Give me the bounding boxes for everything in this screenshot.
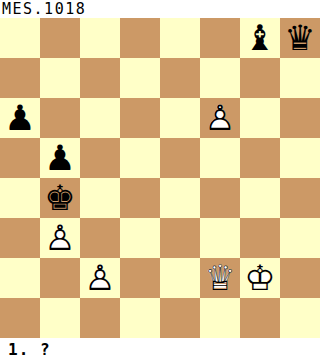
square-b3[interactable]: ♟♙ bbox=[40, 218, 80, 258]
square-a2[interactable] bbox=[0, 258, 40, 298]
square-a4[interactable] bbox=[0, 178, 40, 218]
square-d6[interactable] bbox=[120, 98, 160, 138]
black-king[interactable]: ♚ bbox=[44, 178, 75, 218]
white-queen-outline: ♕ bbox=[204, 258, 235, 298]
square-h5[interactable] bbox=[280, 138, 320, 178]
square-f3[interactable] bbox=[200, 218, 240, 258]
square-c1[interactable] bbox=[80, 298, 120, 338]
move-prompt: 1. ? bbox=[0, 338, 320, 360]
square-a5[interactable] bbox=[0, 138, 40, 178]
square-e8[interactable] bbox=[160, 18, 200, 58]
square-g4[interactable] bbox=[240, 178, 280, 218]
square-d1[interactable] bbox=[120, 298, 160, 338]
square-h6[interactable] bbox=[280, 98, 320, 138]
chess-puzzle-page: MES.1018 ♝♛♟♟♙♟♚♟♙♟♙♛♕♚♔ 1. ? bbox=[0, 0, 320, 360]
square-g8[interactable]: ♝ bbox=[240, 18, 280, 58]
square-g5[interactable] bbox=[240, 138, 280, 178]
square-h8[interactable]: ♛ bbox=[280, 18, 320, 58]
square-a8[interactable] bbox=[0, 18, 40, 58]
square-b1[interactable] bbox=[40, 298, 80, 338]
square-h7[interactable] bbox=[280, 58, 320, 98]
white-pawn[interactable]: ♟♙ bbox=[204, 98, 235, 138]
square-c6[interactable] bbox=[80, 98, 120, 138]
square-f8[interactable] bbox=[200, 18, 240, 58]
square-b8[interactable] bbox=[40, 18, 80, 58]
square-c8[interactable] bbox=[80, 18, 120, 58]
square-h2[interactable] bbox=[280, 258, 320, 298]
square-c5[interactable] bbox=[80, 138, 120, 178]
chess-board: ♝♛♟♟♙♟♚♟♙♟♙♛♕♚♔ bbox=[0, 18, 320, 338]
white-pawn-outline: ♙ bbox=[84, 258, 115, 298]
square-c4[interactable] bbox=[80, 178, 120, 218]
square-d5[interactable] bbox=[120, 138, 160, 178]
white-pawn-outline: ♙ bbox=[204, 98, 235, 138]
square-e2[interactable] bbox=[160, 258, 200, 298]
square-d7[interactable] bbox=[120, 58, 160, 98]
square-e7[interactable] bbox=[160, 58, 200, 98]
black-pawn[interactable]: ♟ bbox=[44, 138, 75, 178]
square-a1[interactable] bbox=[0, 298, 40, 338]
square-f5[interactable] bbox=[200, 138, 240, 178]
square-d3[interactable] bbox=[120, 218, 160, 258]
black-queen[interactable]: ♛ bbox=[284, 18, 315, 58]
square-b5[interactable]: ♟ bbox=[40, 138, 80, 178]
square-f2[interactable]: ♛♕ bbox=[200, 258, 240, 298]
square-f4[interactable] bbox=[200, 178, 240, 218]
square-f1[interactable] bbox=[200, 298, 240, 338]
square-a7[interactable] bbox=[0, 58, 40, 98]
square-g2[interactable]: ♚♔ bbox=[240, 258, 280, 298]
white-pawn[interactable]: ♟♙ bbox=[84, 258, 115, 298]
white-queen[interactable]: ♛♕ bbox=[204, 258, 235, 298]
square-b4[interactable]: ♚ bbox=[40, 178, 80, 218]
square-f6[interactable]: ♟♙ bbox=[200, 98, 240, 138]
square-d4[interactable] bbox=[120, 178, 160, 218]
square-d8[interactable] bbox=[120, 18, 160, 58]
square-c3[interactable] bbox=[80, 218, 120, 258]
square-g1[interactable] bbox=[240, 298, 280, 338]
square-b7[interactable] bbox=[40, 58, 80, 98]
square-e6[interactable] bbox=[160, 98, 200, 138]
black-bishop[interactable]: ♝ bbox=[244, 18, 275, 58]
square-g6[interactable] bbox=[240, 98, 280, 138]
puzzle-id: MES.1018 bbox=[0, 0, 320, 18]
square-a6[interactable]: ♟ bbox=[0, 98, 40, 138]
square-h1[interactable] bbox=[280, 298, 320, 338]
square-g3[interactable] bbox=[240, 218, 280, 258]
square-b6[interactable] bbox=[40, 98, 80, 138]
square-c2[interactable]: ♟♙ bbox=[80, 258, 120, 298]
square-h4[interactable] bbox=[280, 178, 320, 218]
square-c7[interactable] bbox=[80, 58, 120, 98]
white-pawn[interactable]: ♟♙ bbox=[44, 218, 75, 258]
white-king-outline: ♔ bbox=[244, 258, 275, 298]
square-e3[interactable] bbox=[160, 218, 200, 258]
square-h3[interactable] bbox=[280, 218, 320, 258]
square-f7[interactable] bbox=[200, 58, 240, 98]
square-e1[interactable] bbox=[160, 298, 200, 338]
white-king[interactable]: ♚♔ bbox=[244, 258, 275, 298]
black-pawn[interactable]: ♟ bbox=[4, 98, 35, 138]
square-e4[interactable] bbox=[160, 178, 200, 218]
square-a3[interactable] bbox=[0, 218, 40, 258]
square-d2[interactable] bbox=[120, 258, 160, 298]
square-e5[interactable] bbox=[160, 138, 200, 178]
square-g7[interactable] bbox=[240, 58, 280, 98]
square-b2[interactable] bbox=[40, 258, 80, 298]
white-pawn-outline: ♙ bbox=[44, 218, 75, 258]
